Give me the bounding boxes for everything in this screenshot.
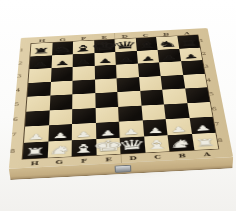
chess-board: HHGGFFEEDDCCBBAA1122334455667788♜♞♝♚♛♝♞♜… xyxy=(9,28,233,169)
square-f6[interactable] xyxy=(72,108,95,124)
square-f5[interactable] xyxy=(72,93,95,109)
square-d3[interactable] xyxy=(116,64,139,79)
file-label-bottom-g: G xyxy=(53,157,66,165)
square-a3[interactable] xyxy=(181,60,205,74)
square-c7[interactable] xyxy=(142,119,167,136)
square-g4[interactable] xyxy=(50,80,73,95)
square-f8[interactable] xyxy=(72,139,96,157)
black-P-glyph: ♟ xyxy=(119,56,135,63)
file-label-bottom-b: B xyxy=(175,151,189,159)
rank-label-left-1: 1 xyxy=(17,48,27,53)
square-d4[interactable] xyxy=(117,77,140,92)
black-P-glyph: ♟ xyxy=(54,60,70,67)
rank-label-left-5: 5 xyxy=(11,102,22,108)
square-b6[interactable] xyxy=(164,103,189,119)
square-a6[interactable] xyxy=(187,102,213,118)
black-P-glyph: ♟ xyxy=(161,54,177,61)
square-c8[interactable] xyxy=(144,135,170,153)
file-label-bottom-h: H xyxy=(28,159,42,167)
square-a4[interactable] xyxy=(183,73,208,88)
rank-label-left-2: 2 xyxy=(15,61,25,66)
square-f3[interactable] xyxy=(73,66,95,81)
file-label-bottom-c: C xyxy=(151,152,165,160)
black-P-glyph: ♟ xyxy=(140,55,156,62)
square-d6[interactable] xyxy=(118,105,142,121)
square-d7[interactable] xyxy=(119,120,144,137)
file-label-bottom-a: A xyxy=(200,150,214,158)
photo-rotation-wrapper: HHGGFFEEDDCCBBAA1122334455667788♜♞♝♚♛♝♞♜… xyxy=(0,0,236,211)
square-a8[interactable] xyxy=(191,132,218,150)
square-h4[interactable] xyxy=(27,82,50,97)
square-b8[interactable] xyxy=(168,134,194,152)
square-a7[interactable] xyxy=(189,117,215,134)
square-g6[interactable] xyxy=(49,109,73,125)
black-R-glyph: ♜ xyxy=(31,47,51,56)
file-label-bottom-d: D xyxy=(126,154,140,162)
square-e3[interactable] xyxy=(94,65,116,80)
square-b4[interactable] xyxy=(161,75,185,90)
black-N-glyph: ♞ xyxy=(157,39,179,48)
square-c4[interactable] xyxy=(139,76,163,91)
square-e5[interactable] xyxy=(95,92,118,108)
square-b7[interactable] xyxy=(166,118,192,135)
square-h7[interactable] xyxy=(24,125,49,142)
black-P-glyph: ♟ xyxy=(183,53,199,60)
square-g8[interactable] xyxy=(47,140,72,158)
file-label-bottom-e: E xyxy=(102,155,115,163)
square-h5[interactable] xyxy=(26,96,50,112)
square-h8[interactable] xyxy=(23,141,48,159)
square-e4[interactable] xyxy=(95,78,118,93)
rank-label-left-6: 6 xyxy=(10,116,21,122)
rank-label-left-3: 3 xyxy=(14,74,24,79)
square-b3[interactable] xyxy=(159,61,183,75)
square-a5[interactable] xyxy=(185,87,210,103)
square-b5[interactable] xyxy=(162,88,187,104)
square-e7[interactable] xyxy=(95,122,119,139)
black-P-glyph: ♟ xyxy=(97,58,113,65)
rank-label-left-7: 7 xyxy=(9,132,20,138)
square-d5[interactable] xyxy=(117,91,141,107)
black-N-glyph: ♞ xyxy=(52,45,73,54)
square-f4[interactable] xyxy=(72,79,94,94)
product-photo-scene: HHGGFFEEDDCCBBAA1122334455667788♜♞♝♚♛♝♞♜… xyxy=(0,0,236,211)
square-h6[interactable] xyxy=(25,110,49,126)
black-B-glyph: ♝ xyxy=(135,40,158,50)
file-label-bottom-f: F xyxy=(77,156,90,164)
perspective-wrapper: HHGGFFEEDDCCBBAA1122334455667788♜♞♝♚♛♝♞♜… xyxy=(0,0,236,211)
square-f7[interactable] xyxy=(72,123,96,140)
clasp-latch[interactable] xyxy=(115,165,132,173)
square-d8[interactable] xyxy=(120,136,145,154)
square-g3[interactable] xyxy=(50,67,72,82)
square-c5[interactable] xyxy=(140,90,164,106)
rank-label-left-4: 4 xyxy=(13,87,23,93)
square-g5[interactable] xyxy=(49,94,72,110)
square-e8[interactable] xyxy=(96,137,121,155)
square-g7[interactable] xyxy=(48,124,72,141)
square-c3[interactable] xyxy=(137,62,160,76)
black-P-glyph: ♟ xyxy=(33,61,49,68)
black-R-glyph: ♜ xyxy=(178,39,199,47)
square-h3[interactable] xyxy=(28,68,51,83)
black-P-glyph: ♟ xyxy=(76,59,91,66)
rank-label-left-8: 8 xyxy=(7,148,18,154)
square-c6[interactable] xyxy=(141,104,166,120)
square-e6[interactable] xyxy=(95,107,119,123)
